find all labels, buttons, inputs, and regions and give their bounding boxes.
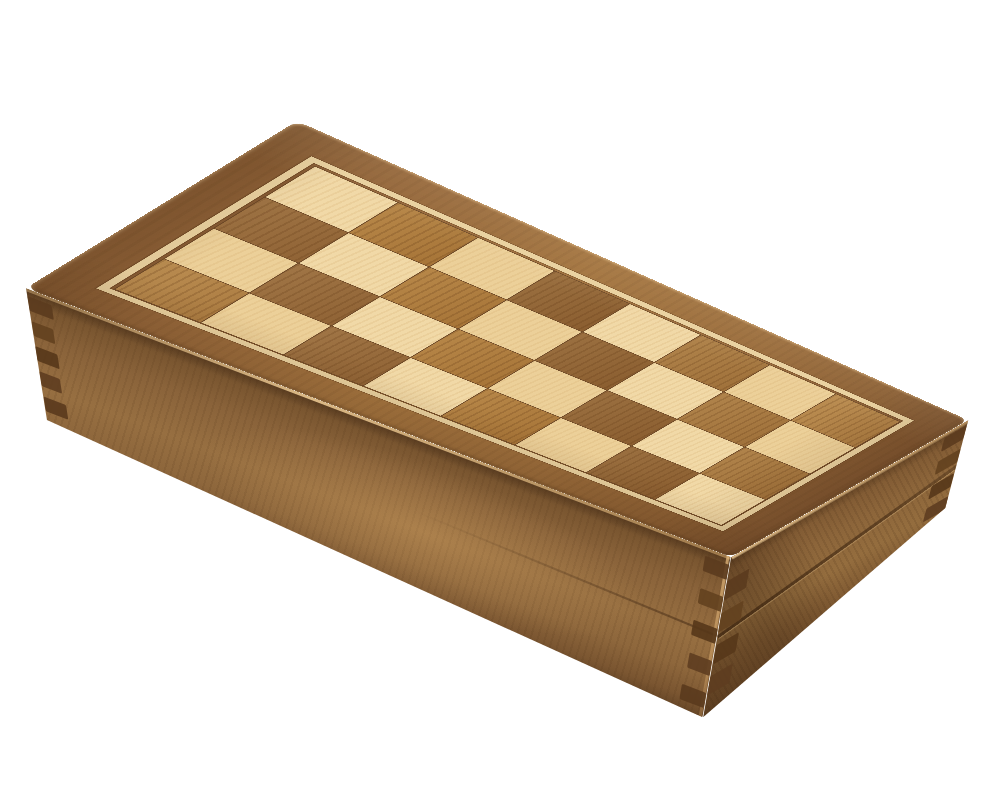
product-photo-chess-box <box>0 0 1000 800</box>
finger-joint-tab <box>35 346 60 369</box>
finger-joint-tab <box>39 371 62 394</box>
finger-joint-tab <box>31 321 55 344</box>
finger-joint-tab <box>922 496 948 523</box>
finger-joint-tab <box>43 396 68 419</box>
